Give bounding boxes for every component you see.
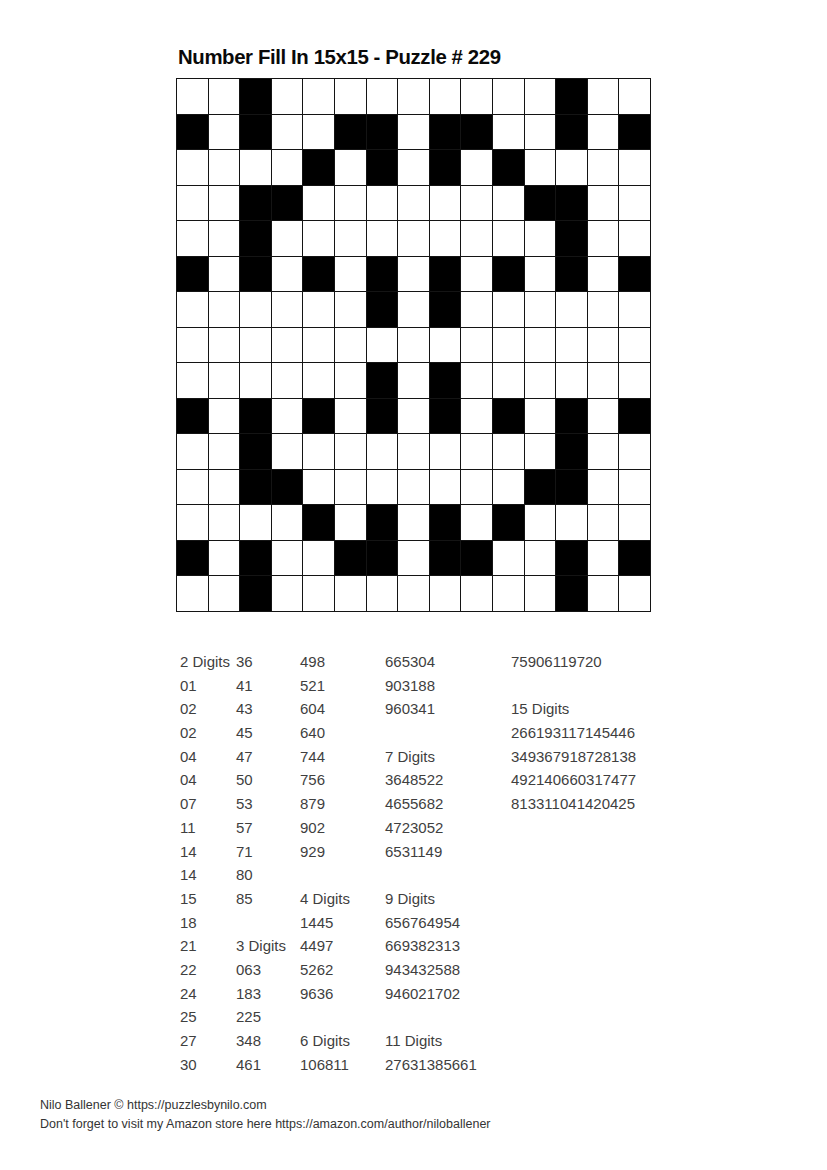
clue-entry: 22 [180, 958, 230, 982]
grid-cell-r10c10[interactable] [461, 399, 492, 434]
grid-cell-r9c1[interactable] [177, 363, 208, 398]
clue-column-1: 2 Digits01020204040711141415182122242527… [180, 650, 230, 1076]
clue-entry: 902 [300, 816, 350, 840]
grid-cell-r3c15[interactable] [619, 150, 650, 185]
grid-cell-r3c7 [367, 150, 398, 185]
clue-entry: 665304 [385, 650, 477, 674]
grid-cell-r13c10[interactable] [461, 505, 492, 540]
grid-cell-r2c7 [367, 115, 398, 150]
clue-column-2: 36414345475053577180853 Digits0631832253… [236, 650, 286, 1076]
grid-cell-r6c13 [556, 257, 587, 292]
clue-entry: 5262 [300, 958, 350, 982]
clue-entry: 71 [236, 840, 286, 864]
clue-entry: 744 [300, 745, 350, 769]
grid-cell-r5c10[interactable] [461, 221, 492, 256]
clue-group-header: 15 Digits [511, 697, 636, 721]
grid-cell-r2c8[interactable] [398, 115, 429, 150]
grid-cell-r15c14[interactable] [588, 576, 619, 611]
grid-cell-r15c2[interactable] [209, 576, 240, 611]
grid-cell-r1c15[interactable] [619, 79, 650, 114]
grid-cell-r12c12 [525, 470, 556, 505]
grid-cell-r7c1[interactable] [177, 292, 208, 327]
grid-cell-r5c8[interactable] [398, 221, 429, 256]
clue-spacer [385, 721, 477, 745]
grid-cell-r1c7[interactable] [367, 79, 398, 114]
grid-cell-r4c12 [525, 186, 556, 221]
grid-cell-r2c5[interactable] [303, 115, 334, 150]
grid-cell-r6c12[interactable] [525, 257, 556, 292]
grid-cell-r14c8[interactable] [398, 541, 429, 576]
clue-spacer [511, 911, 636, 935]
clue-entry: 53 [236, 792, 286, 816]
grid-cell-r12c15[interactable] [619, 470, 650, 505]
grid-cell-r12c6[interactable] [335, 470, 366, 505]
grid-cell-r2c6 [335, 115, 366, 150]
grid-cell-r6c5 [303, 257, 334, 292]
grid-cell-r14c11[interactable] [493, 541, 524, 576]
clue-entry: 15 [180, 887, 230, 911]
grid-cell-r6c7 [367, 257, 398, 292]
grid-cell-r14c10 [461, 541, 492, 576]
clue-entry: 27 [180, 1029, 230, 1053]
grid-cell-r2c4[interactable] [272, 115, 303, 150]
grid-cell-r11c14[interactable] [588, 434, 619, 469]
clue-entry: 75906119720 [511, 650, 636, 674]
grid-cell-r9c12[interactable] [525, 363, 556, 398]
grid-cell-r15c12[interactable] [525, 576, 556, 611]
clue-entry: 348 [236, 1029, 286, 1053]
grid-cell-r2c3 [240, 115, 271, 150]
grid-cell-r7c4[interactable] [272, 292, 303, 327]
grid-cell-r13c2[interactable] [209, 505, 240, 540]
grid-cell-r13c4[interactable] [272, 505, 303, 540]
grid-cell-r9c5[interactable] [303, 363, 334, 398]
clue-entry: 43 [236, 697, 286, 721]
clue-entry: 30 [180, 1053, 230, 1077]
clue-entry: 266193117145446 [511, 721, 636, 745]
clue-entry: 063 [236, 958, 286, 982]
grid-cell-r5c6[interactable] [335, 221, 366, 256]
grid-cell-r3c1[interactable] [177, 150, 208, 185]
clue-entry: 492140660317477 [511, 768, 636, 792]
clue-entry: 960341 [385, 697, 477, 721]
grid-cell-r13c15[interactable] [619, 505, 650, 540]
grid-cell-r2c10 [461, 115, 492, 150]
grid-cell-r2c2[interactable] [209, 115, 240, 150]
clue-entry: 85 [236, 887, 286, 911]
grid-cell-r9c13[interactable] [556, 363, 587, 398]
grid-cell-r3c9 [430, 150, 461, 185]
grid-cell-r10c11 [493, 399, 524, 434]
grid-cell-r12c10[interactable] [461, 470, 492, 505]
grid-cell-r1c5[interactable] [303, 79, 334, 114]
grid-cell-r7c14[interactable] [588, 292, 619, 327]
grid-cell-r3c11 [493, 150, 524, 185]
grid-cell-r15c1[interactable] [177, 576, 208, 611]
grid-cell-r11c11[interactable] [493, 434, 524, 469]
clue-spacer [511, 840, 636, 864]
grid-cell-r9c4[interactable] [272, 363, 303, 398]
grid-cell-r2c1 [177, 115, 208, 150]
grid-cell-r8c12[interactable] [525, 328, 556, 363]
grid-cell-r14c7 [367, 541, 398, 576]
grid-cell-r10c4[interactable] [272, 399, 303, 434]
grid-cell-r4c2[interactable] [209, 186, 240, 221]
grid-cell-r5c4[interactable] [272, 221, 303, 256]
clue-spacer [511, 863, 636, 887]
grid-cell-r8c7[interactable] [367, 328, 398, 363]
grid-cell-r7c15[interactable] [619, 292, 650, 327]
clue-column-4: 6653049031889603417 Digits36485224655682… [385, 650, 477, 1076]
grid-cell-r11c13 [556, 434, 587, 469]
grid-cell-r8c10[interactable] [461, 328, 492, 363]
grid-cell-r3c12[interactable] [525, 150, 556, 185]
clue-spacer [511, 1005, 636, 1029]
clue-entry: 07 [180, 792, 230, 816]
grid-cell-r7c3[interactable] [240, 292, 271, 327]
grid-cell-r4c10[interactable] [461, 186, 492, 221]
grid-cell-r3c3[interactable] [240, 150, 271, 185]
grid-cell-r14c14[interactable] [588, 541, 619, 576]
grid-cell-r10c15 [619, 399, 650, 434]
grid-cell-r15c5[interactable] [303, 576, 334, 611]
clue-entry: 4497 [300, 934, 350, 958]
grid-cell-r4c8[interactable] [398, 186, 429, 221]
clue-entry: 11 [180, 816, 230, 840]
clue-entry: 4655682 [385, 792, 477, 816]
grid-cell-r9c11[interactable] [493, 363, 524, 398]
clue-entry: 756 [300, 768, 350, 792]
clue-group-header: 2 Digits [180, 650, 230, 674]
grid-cell-r1c13 [556, 79, 587, 114]
grid-cell-r14c3 [240, 541, 271, 576]
grid-cell-r9c7 [367, 363, 398, 398]
grid-cell-r6c10[interactable] [461, 257, 492, 292]
clue-entry: 25 [180, 1005, 230, 1029]
grid-cell-r1c12[interactable] [525, 79, 556, 114]
clue-entry: 521 [300, 674, 350, 698]
clue-lists: 2 Digits01020204040711141415182122242527… [0, 650, 827, 1078]
clue-group-header: 11 Digits [385, 1029, 477, 1053]
grid-cell-r4c11[interactable] [493, 186, 524, 221]
clue-entry: 106811 [300, 1053, 350, 1077]
clue-entry: 80 [236, 863, 286, 887]
grid-cell-r8c14[interactable] [588, 328, 619, 363]
clue-spacer [511, 816, 636, 840]
grid-cell-r6c14[interactable] [588, 257, 619, 292]
grid-cell-r7c9 [430, 292, 461, 327]
clue-entry: 656764954 [385, 911, 477, 935]
grid-cell-r1c2[interactable] [209, 79, 240, 114]
grid-cell-r5c3 [240, 221, 271, 256]
grid-cell-r1c6[interactable] [335, 79, 366, 114]
grid-cell-r15c8[interactable] [398, 576, 429, 611]
grid-cell-r5c12[interactable] [525, 221, 556, 256]
grid-cell-r5c15[interactable] [619, 221, 650, 256]
grid-cell-r8c15[interactable] [619, 328, 650, 363]
grid-cell-r11c12[interactable] [525, 434, 556, 469]
grid-cell-r4c9[interactable] [430, 186, 461, 221]
grid-cell-r3c13[interactable] [556, 150, 587, 185]
grid-cell-r4c7[interactable] [367, 186, 398, 221]
clue-spacer [511, 982, 636, 1006]
clue-entry: 6531149 [385, 840, 477, 864]
grid-cell-r5c11[interactable] [493, 221, 524, 256]
grid-cell-r15c11[interactable] [493, 576, 524, 611]
grid-cell-r14c6 [335, 541, 366, 576]
grid-cell-r10c3 [240, 399, 271, 434]
grid-cell-r13c3[interactable] [240, 505, 271, 540]
grid-cell-r6c1 [177, 257, 208, 292]
grid-cell-r12c11[interactable] [493, 470, 524, 505]
grid-cell-r9c3[interactable] [240, 363, 271, 398]
grid-cell-r15c4[interactable] [272, 576, 303, 611]
grid-cell-r10c12[interactable] [525, 399, 556, 434]
grid-cell-r6c15 [619, 257, 650, 292]
grid-cell-r11c6[interactable] [335, 434, 366, 469]
clue-entry: 47 [236, 745, 286, 769]
clue-spacer [511, 887, 636, 911]
grid-cell-r7c6[interactable] [335, 292, 366, 327]
clue-entry: 27631385661 [385, 1053, 477, 1077]
grid-cell-r15c3 [240, 576, 271, 611]
clue-entry: 50 [236, 768, 286, 792]
clue-entry: 879 [300, 792, 350, 816]
grid-cell-r13c9 [430, 505, 461, 540]
grid-cell-r4c5[interactable] [303, 186, 334, 221]
clue-spacer [300, 1005, 350, 1029]
grid-cell-r2c12[interactable] [525, 115, 556, 150]
grid-cell-r6c3 [240, 257, 271, 292]
grid-cell-r12c3 [240, 470, 271, 505]
grid-cell-r10c13 [556, 399, 587, 434]
grid-cell-r1c9[interactable] [430, 79, 461, 114]
grid-cell-r1c3 [240, 79, 271, 114]
grid-cell-r11c7[interactable] [367, 434, 398, 469]
grid-cell-r13c1[interactable] [177, 505, 208, 540]
grid-cell-r2c9 [430, 115, 461, 150]
grid-cell-r5c14[interactable] [588, 221, 619, 256]
grid-cell-r1c11[interactable] [493, 79, 524, 114]
grid-cell-r6c2[interactable] [209, 257, 240, 292]
grid-cell-r11c1[interactable] [177, 434, 208, 469]
grid-cell-r14c5[interactable] [303, 541, 334, 576]
clue-entry: 225 [236, 1005, 286, 1029]
grid-cell-r8c13[interactable] [556, 328, 587, 363]
grid-cell-r2c15 [619, 115, 650, 150]
grid-cell-r2c13 [556, 115, 587, 150]
grid-cell-r12c9[interactable] [430, 470, 461, 505]
clue-entry: 640 [300, 721, 350, 745]
grid-cell-r11c8[interactable] [398, 434, 429, 469]
clue-spacer [511, 1053, 636, 1077]
grid-cell-r13c6[interactable] [335, 505, 366, 540]
grid-cell-r12c7[interactable] [367, 470, 398, 505]
clue-entry: 4723052 [385, 816, 477, 840]
clue-spacer [511, 934, 636, 958]
grid-cell-r11c10[interactable] [461, 434, 492, 469]
footer-credit-line: Nilo Ballener © https://puzzlesbynilo.co… [40, 1096, 491, 1115]
clue-entry: 1445 [300, 911, 350, 935]
grid-cell-r11c15[interactable] [619, 434, 650, 469]
grid-cell-r13c12[interactable] [525, 505, 556, 540]
clue-group-header: 9 Digits [385, 887, 477, 911]
grid-cell-r10c1 [177, 399, 208, 434]
clue-spacer [385, 863, 477, 887]
grid-cell-r8c2[interactable] [209, 328, 240, 363]
grid-cell-r3c14[interactable] [588, 150, 619, 185]
grid-cell-r14c1 [177, 541, 208, 576]
clue-spacer [511, 1029, 636, 1053]
grid-cell-r5c5[interactable] [303, 221, 334, 256]
grid-cell-r8c9[interactable] [430, 328, 461, 363]
grid-cell-r3c8[interactable] [398, 150, 429, 185]
grid-cell-r1c8[interactable] [398, 79, 429, 114]
grid-cell-r7c10[interactable] [461, 292, 492, 327]
grid-cell-r7c8[interactable] [398, 292, 429, 327]
clue-entry: 45 [236, 721, 286, 745]
grid-cell-r7c13[interactable] [556, 292, 587, 327]
grid-cell-r9c14[interactable] [588, 363, 619, 398]
grid-cell-r6c9 [430, 257, 461, 292]
clue-entry: 903188 [385, 674, 477, 698]
grid-cell-r7c12[interactable] [525, 292, 556, 327]
clue-entry: 41 [236, 674, 286, 698]
clue-entry: 21 [180, 934, 230, 958]
clue-entry: 349367918728138 [511, 745, 636, 769]
grid-cell-r14c2[interactable] [209, 541, 240, 576]
grid-cell-r6c8[interactable] [398, 257, 429, 292]
grid-cell-r8c8[interactable] [398, 328, 429, 363]
puzzle-grid [176, 78, 651, 612]
clue-entry: 813311041420425 [511, 792, 636, 816]
clue-group-header: 3 Digits [236, 934, 286, 958]
grid-cell-r14c12[interactable] [525, 541, 556, 576]
grid-cell-r1c4[interactable] [272, 79, 303, 114]
puzzle-title: Number Fill In 15x15 - Puzzle # 229 [178, 45, 501, 69]
grid-cell-r3c4[interactable] [272, 150, 303, 185]
clue-entry: 02 [180, 721, 230, 745]
clue-entry: 04 [180, 768, 230, 792]
grid-cell-r9c10[interactable] [461, 363, 492, 398]
grid-cell-r4c15[interactable] [619, 186, 650, 221]
grid-cell-r1c1[interactable] [177, 79, 208, 114]
grid-cell-r11c9[interactable] [430, 434, 461, 469]
grid-cell-r5c2[interactable] [209, 221, 240, 256]
grid-cell-r4c4 [272, 186, 303, 221]
grid-cell-r13c13[interactable] [556, 505, 587, 540]
grid-cell-r15c13 [556, 576, 587, 611]
clue-group-header: 7 Digits [385, 745, 477, 769]
grid-cell-r11c3 [240, 434, 271, 469]
grid-cell-r11c5[interactable] [303, 434, 334, 469]
grid-cell-r10c6[interactable] [335, 399, 366, 434]
grid-cell-r15c7[interactable] [367, 576, 398, 611]
grid-cell-r13c5 [303, 505, 334, 540]
grid-cell-r4c3 [240, 186, 271, 221]
clue-entry: 669382313 [385, 934, 477, 958]
grid-cell-r13c14[interactable] [588, 505, 619, 540]
grid-cell-r8c3[interactable] [240, 328, 271, 363]
grid-cell-r10c5 [303, 399, 334, 434]
grid-cell-r8c6[interactable] [335, 328, 366, 363]
grid-cell-r7c5[interactable] [303, 292, 334, 327]
grid-cell-r9c6[interactable] [335, 363, 366, 398]
grid-cell-r10c14[interactable] [588, 399, 619, 434]
grid-cell-r6c4[interactable] [272, 257, 303, 292]
grid-cell-r12c2[interactable] [209, 470, 240, 505]
clue-column-5: 7590611972015 Digits26619311714544634936… [511, 650, 636, 1076]
grid-cell-r15c10[interactable] [461, 576, 492, 611]
grid-cell-r12c14[interactable] [588, 470, 619, 505]
grid-cell-r11c2[interactable] [209, 434, 240, 469]
clue-group-header: 6 Digits [300, 1029, 350, 1053]
grid-cell-r1c14[interactable] [588, 79, 619, 114]
grid-cell-r4c14[interactable] [588, 186, 619, 221]
grid-cell-r1c10[interactable] [461, 79, 492, 114]
grid-cell-r6c6[interactable] [335, 257, 366, 292]
grid-cell-r12c4 [272, 470, 303, 505]
grid-cell-r7c2[interactable] [209, 292, 240, 327]
grid-cell-r13c8[interactable] [398, 505, 429, 540]
grid-cell-r15c15[interactable] [619, 576, 650, 611]
clue-entry: 24 [180, 982, 230, 1006]
footer-amazon-line: Don't forget to visit my Amazon store he… [40, 1115, 491, 1134]
grid-cell-r3c5 [303, 150, 334, 185]
clue-entry: 3648522 [385, 768, 477, 792]
grid-cell-r5c9[interactable] [430, 221, 461, 256]
grid-cell-r7c11[interactable] [493, 292, 524, 327]
grid-cell-r8c11[interactable] [493, 328, 524, 363]
grid-cell-r12c8[interactable] [398, 470, 429, 505]
grid-cell-r4c6[interactable] [335, 186, 366, 221]
grid-cell-r10c2[interactable] [209, 399, 240, 434]
grid-cell-r9c15[interactable] [619, 363, 650, 398]
grid-cell-r12c5[interactable] [303, 470, 334, 505]
grid-cell-r8c1[interactable] [177, 328, 208, 363]
grid-cell-r5c13 [556, 221, 587, 256]
grid-cell-r5c7[interactable] [367, 221, 398, 256]
clue-entry: 929 [300, 840, 350, 864]
grid-cell-r10c8[interactable] [398, 399, 429, 434]
grid-cell-r13c11 [493, 505, 524, 540]
grid-cell-r12c1[interactable] [177, 470, 208, 505]
grid-cell-r14c9 [430, 541, 461, 576]
grid-cell-r14c4[interactable] [272, 541, 303, 576]
grid-cell-r8c5[interactable] [303, 328, 334, 363]
grid-cell-r3c2[interactable] [209, 150, 240, 185]
grid-cell-r3c6[interactable] [335, 150, 366, 185]
grid-cell-r11c4[interactable] [272, 434, 303, 469]
grid-cell-r15c6[interactable] [335, 576, 366, 611]
clue-entry: 18 [180, 911, 230, 935]
clue-entry: 943432588 [385, 958, 477, 982]
clue-spacer [236, 911, 286, 935]
grid-cell-r15c9[interactable] [430, 576, 461, 611]
grid-cell-r2c14[interactable] [588, 115, 619, 150]
grid-cell-r2c11[interactable] [493, 115, 524, 150]
grid-cell-r8c4[interactable] [272, 328, 303, 363]
clue-entry: 36 [236, 650, 286, 674]
clue-spacer [511, 958, 636, 982]
grid-cell-r5c1[interactable] [177, 221, 208, 256]
grid-cell-r3c10[interactable] [461, 150, 492, 185]
grid-cell-r9c2[interactable] [209, 363, 240, 398]
grid-cell-r6c11 [493, 257, 524, 292]
grid-cell-r4c1[interactable] [177, 186, 208, 221]
grid-cell-r9c8[interactable] [398, 363, 429, 398]
clue-entry: 04 [180, 745, 230, 769]
